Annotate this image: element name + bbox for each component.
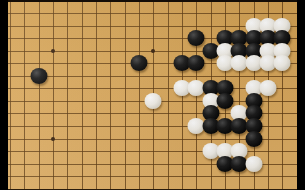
grid-line-vertical [125,0,126,190]
star-point [51,49,55,53]
black-stone [188,55,205,71]
grid-line-vertical [168,0,169,190]
letterbox-right [297,0,305,190]
grid-line-vertical [24,0,25,190]
grid-line-horizontal [0,151,305,152]
board-bottom-edge [0,189,305,190]
star-point [51,137,55,141]
white-stone [259,80,276,96]
grid-line-vertical [67,0,68,190]
letterbox-left [0,0,8,190]
black-stone [30,68,47,84]
black-stone [130,55,147,71]
black-stone [245,131,262,147]
grid-line-vertical [82,0,83,190]
go-board [0,0,305,190]
white-stone [245,156,262,172]
grid-line-horizontal [0,13,305,14]
white-stone [145,93,162,109]
grid-line-vertical [139,0,140,190]
grid-line-vertical [53,0,54,190]
grid-line-vertical [96,0,97,190]
grid-line-horizontal [0,176,305,177]
star-point [151,49,155,53]
grid-line-vertical [10,0,11,190]
grid-line-vertical [39,0,40,190]
board-top-edge [0,0,305,2]
grid-line-vertical [110,0,111,190]
video-frame [0,0,305,190]
white-stone [274,55,291,71]
black-stone [188,30,205,46]
black-stone [216,93,233,109]
